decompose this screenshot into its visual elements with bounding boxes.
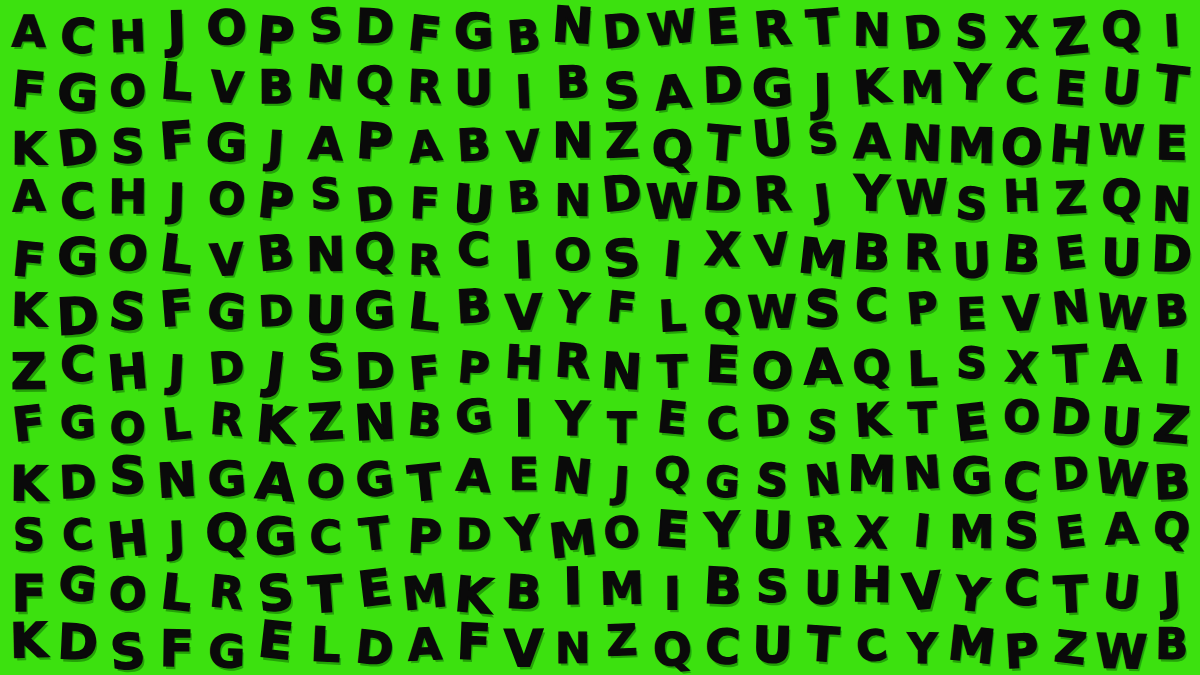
letter-cell[interactable]: D	[895, 3, 948, 61]
letter-cell[interactable]: N	[546, 110, 598, 169]
letter-cell[interactable]: N	[544, 0, 600, 56]
letter-cell[interactable]: U	[744, 499, 801, 562]
letter-cell[interactable]: O	[103, 567, 152, 622]
letter-cell[interactable]: O	[597, 505, 647, 560]
letter-cell[interactable]: V	[497, 282, 550, 341]
letter-cell[interactable]: Z	[598, 614, 645, 667]
letter-cell[interactable]: W	[895, 168, 949, 227]
letter-cell[interactable]: A	[846, 112, 897, 170]
letter-cell[interactable]: S	[994, 500, 1049, 562]
letter-cell[interactable]: F	[446, 611, 501, 673]
letter-cell[interactable]: S	[798, 111, 848, 166]
letter-cell[interactable]: C	[847, 618, 898, 674]
letter-cell[interactable]: W	[645, 172, 699, 231]
letter-cell[interactable]: G	[50, 225, 106, 287]
letter-cell[interactable]: Z	[596, 111, 649, 170]
letter-cell[interactable]: D	[348, 618, 402, 675]
letter-cell[interactable]: Q	[648, 447, 696, 499]
letter-cell[interactable]: R	[796, 503, 848, 561]
letter-cell[interactable]: K	[846, 392, 897, 449]
letter-cell[interactable]: Z	[297, 391, 354, 454]
letter-cell[interactable]: Q	[845, 337, 898, 396]
letter-cell[interactable]: N	[1045, 278, 1098, 336]
letter-cell[interactable]: X	[848, 506, 897, 560]
letter-cell[interactable]: R	[546, 331, 599, 390]
letter-cell[interactable]: E	[646, 389, 699, 446]
letter-cell[interactable]: Q	[1092, 165, 1150, 228]
letter-cell[interactable]: K	[247, 393, 306, 458]
letter-cell[interactable]: F	[1, 393, 57, 455]
letter-cell[interactable]: T	[349, 505, 402, 563]
letter-cell[interactable]: V	[746, 221, 799, 278]
letter-cell[interactable]: A	[449, 448, 499, 504]
letter-cell[interactable]: R	[744, 0, 802, 60]
letter-cell[interactable]: V	[496, 618, 551, 675]
letter-cell[interactable]: I	[498, 63, 549, 120]
letter-cell[interactable]: E	[1146, 114, 1197, 171]
letter-cell[interactable]: K	[2, 611, 55, 670]
letter-cell[interactable]: G	[50, 553, 106, 614]
letter-cell[interactable]: V	[994, 283, 1048, 344]
letter-cell[interactable]: E	[948, 286, 997, 341]
letter-cell[interactable]: L	[151, 396, 203, 453]
letter-cell[interactable]: C	[695, 617, 749, 675]
letter-cell[interactable]: G	[944, 445, 999, 507]
letter-cell[interactable]: I	[1146, 338, 1196, 395]
letter-cell[interactable]: I	[895, 502, 949, 560]
letter-cell[interactable]: E	[499, 448, 547, 502]
letter-cell[interactable]: S	[103, 118, 153, 174]
letter-cell[interactable]: E	[1044, 58, 1097, 117]
letter-cell[interactable]: B	[1147, 283, 1196, 338]
letter-cell[interactable]: T	[1043, 563, 1099, 626]
letter-cell[interactable]: J	[152, 343, 201, 398]
letter-cell[interactable]: Y	[547, 279, 598, 335]
letter-cell[interactable]: F	[149, 277, 205, 340]
letter-cell[interactable]: G	[347, 278, 403, 340]
letter-cell[interactable]: L	[895, 339, 949, 398]
letter-cell[interactable]: P	[347, 110, 404, 173]
letter-cell[interactable]: K	[3, 454, 55, 513]
letter-cell[interactable]: O	[102, 63, 152, 119]
letter-cell[interactable]: F	[396, 3, 453, 66]
letter-cell[interactable]: G	[448, 2, 500, 61]
letter-cell[interactable]: D	[696, 55, 750, 115]
letter-cell[interactable]: W	[1092, 447, 1150, 510]
letter-cell[interactable]: M	[845, 444, 899, 504]
letter-cell[interactable]: S	[4, 508, 53, 563]
letter-cell[interactable]: S	[302, 167, 348, 219]
letter-cell[interactable]: U	[744, 614, 800, 675]
letter-cell[interactable]: N	[549, 174, 596, 227]
letter-cell[interactable]: J	[1143, 560, 1199, 623]
letter-cell[interactable]: R	[401, 234, 447, 286]
letter-cell[interactable]: R	[399, 59, 449, 115]
letter-cell[interactable]: A	[5, 5, 52, 58]
letter-cell[interactable]: A	[644, 62, 700, 123]
letter-cell[interactable]: Y	[547, 390, 598, 447]
letter-cell[interactable]: M	[598, 561, 647, 616]
letter-cell[interactable]: O	[199, 0, 254, 58]
letter-cell[interactable]: A	[1093, 332, 1150, 394]
letter-cell[interactable]: T	[795, 614, 850, 675]
letter-cell[interactable]: S	[947, 175, 997, 231]
letter-cell[interactable]: B	[993, 222, 1050, 286]
letter-cell[interactable]: J	[250, 119, 301, 176]
letter-cell[interactable]: M	[948, 504, 997, 559]
letter-cell[interactable]: E	[643, 498, 701, 561]
letter-cell[interactable]: Z	[1046, 170, 1096, 225]
letter-cell[interactable]: E	[246, 607, 306, 674]
letter-cell[interactable]: N	[300, 225, 351, 282]
letter-cell[interactable]: N	[545, 445, 601, 507]
letter-cell[interactable]: C	[449, 221, 498, 276]
letter-cell[interactable]: I	[647, 566, 697, 621]
letter-cell[interactable]: L	[148, 561, 206, 625]
letter-cell[interactable]: T	[395, 451, 453, 515]
letter-cell[interactable]: W	[1095, 622, 1148, 675]
letter-cell[interactable]: I	[643, 228, 701, 291]
letter-cell[interactable]: R	[744, 163, 801, 225]
letter-cell[interactable]: U	[1093, 562, 1149, 623]
letter-cell[interactable]: H	[997, 168, 1046, 223]
letter-cell[interactable]: P	[995, 622, 1048, 675]
letter-cell[interactable]: J	[153, 511, 201, 564]
letter-cell[interactable]: X	[997, 340, 1046, 394]
letter-cell[interactable]: I	[545, 555, 601, 618]
letter-cell[interactable]: B	[844, 221, 900, 283]
letter-cell[interactable]: Q	[1094, 0, 1148, 59]
letter-cell[interactable]: Q	[645, 118, 700, 178]
letter-cell[interactable]: D	[252, 284, 299, 337]
letter-cell[interactable]: A	[1097, 502, 1146, 556]
letter-cell[interactable]: S	[296, 330, 354, 394]
letter-cell[interactable]: B	[251, 59, 301, 115]
letter-cell[interactable]: J	[598, 456, 646, 509]
letter-cell[interactable]: E	[694, 333, 750, 396]
letter-cell[interactable]: V	[202, 60, 251, 114]
letter-cell[interactable]: T	[1143, 52, 1200, 115]
letter-cell[interactable]: J	[797, 172, 849, 229]
letter-cell[interactable]: M	[944, 614, 1001, 675]
letter-cell[interactable]: S	[298, 0, 352, 55]
letter-cell[interactable]: T	[795, 0, 851, 58]
letter-cell[interactable]: X	[998, 6, 1045, 59]
letter-cell[interactable]: F	[400, 176, 448, 230]
letter-cell[interactable]: F	[597, 279, 647, 334]
letter-cell[interactable]: C	[994, 557, 1050, 619]
letter-cell[interactable]: D	[451, 508, 497, 560]
letter-cell[interactable]: Q	[351, 56, 398, 109]
letter-cell[interactable]: Q	[645, 620, 700, 675]
letter-cell[interactable]: Y	[899, 623, 945, 674]
letter-cell[interactable]: L	[395, 279, 454, 344]
letter-cell[interactable]: V	[499, 119, 548, 174]
letter-cell[interactable]: C	[995, 57, 1048, 115]
letter-cell[interactable]: Q	[697, 284, 747, 340]
letter-cell[interactable]: B	[498, 8, 548, 64]
letter-cell[interactable]: A	[399, 118, 450, 174]
letter-cell[interactable]: D	[1043, 386, 1099, 448]
letter-cell[interactable]: A	[300, 115, 350, 171]
letter-cell[interactable]: E	[1045, 223, 1098, 281]
letter-cell[interactable]: D	[594, 162, 650, 224]
letter-cell[interactable]: H	[1042, 112, 1101, 177]
letter-cell[interactable]: D	[1144, 223, 1199, 285]
letter-cell[interactable]: Z	[1142, 392, 1200, 458]
letter-cell[interactable]: D	[51, 612, 106, 673]
letter-cell[interactable]: S	[795, 277, 850, 339]
letter-cell[interactable]: A	[400, 617, 450, 672]
letter-cell[interactable]: I	[496, 388, 551, 450]
letter-cell[interactable]: K	[5, 121, 53, 176]
letter-cell[interactable]: G	[347, 449, 403, 510]
letter-cell[interactable]: H	[103, 9, 151, 63]
letter-cell[interactable]: A	[5, 169, 52, 222]
letter-cell[interactable]: C	[50, 5, 106, 67]
letter-cell[interactable]: Y	[944, 51, 1000, 113]
letter-cell[interactable]: D	[596, 1, 649, 60]
letter-cell[interactable]: M	[946, 116, 998, 175]
letter-cell[interactable]: R	[895, 223, 949, 282]
letter-cell[interactable]: P	[897, 280, 948, 335]
letter-cell[interactable]: V	[202, 232, 252, 288]
letter-cell[interactable]: U	[798, 560, 848, 616]
letter-cell[interactable]: R	[201, 564, 253, 621]
letter-cell[interactable]: C	[301, 510, 350, 565]
letter-cell[interactable]: O	[744, 339, 801, 401]
letter-cell[interactable]: C	[696, 396, 748, 453]
letter-cell[interactable]: D	[49, 115, 107, 179]
letter-cell[interactable]: O	[549, 228, 596, 281]
letter-cell[interactable]: O	[997, 390, 1045, 444]
letter-cell[interactable]: H	[497, 333, 549, 391]
letter-cell[interactable]: R	[201, 392, 251, 448]
letter-cell[interactable]: N	[797, 452, 847, 508]
letter-cell[interactable]: N	[300, 54, 351, 111]
letter-cell[interactable]: Y	[495, 503, 551, 565]
letter-cell[interactable]: L	[299, 615, 352, 674]
letter-cell[interactable]: G	[447, 387, 500, 446]
letter-cell[interactable]: D	[53, 454, 103, 510]
letter-cell[interactable]: D	[1046, 446, 1096, 502]
letter-cell[interactable]: D	[349, 0, 402, 56]
letter-cell[interactable]: B	[499, 169, 547, 223]
letter-cell[interactable]: M	[398, 563, 451, 622]
letter-cell[interactable]: H	[102, 168, 152, 225]
letter-cell[interactable]: K	[4, 281, 54, 338]
letter-cell[interactable]: C	[848, 278, 896, 332]
letter-cell[interactable]: N	[550, 623, 595, 674]
letter-cell[interactable]: G	[198, 111, 255, 174]
letter-cell[interactable]: U	[946, 230, 999, 290]
letter-cell[interactable]: B	[1148, 618, 1195, 671]
letter-cell[interactable]: B	[497, 563, 549, 622]
letter-cell[interactable]: S	[748, 559, 797, 613]
letter-cell[interactable]: G	[54, 396, 102, 450]
letter-cell[interactable]: N	[896, 445, 949, 503]
letter-cell[interactable]: F	[148, 108, 206, 173]
letter-cell[interactable]: H	[99, 340, 156, 403]
letter-cell[interactable]: G	[202, 624, 252, 675]
letter-cell[interactable]: H	[99, 508, 156, 571]
letter-cell[interactable]: B	[399, 392, 451, 449]
letter-cell[interactable]: B	[248, 221, 304, 283]
letter-cell[interactable]: M	[898, 60, 947, 114]
letter-cell[interactable]: E	[346, 556, 405, 621]
letter-cell[interactable]: D	[202, 339, 251, 394]
letter-cell[interactable]: S	[99, 620, 155, 675]
letter-cell[interactable]: G	[200, 450, 253, 509]
letter-cell[interactable]: N	[894, 113, 949, 174]
letter-cell[interactable]: L	[148, 49, 207, 114]
word-search-board: ACHJOPSDFGBNDWERTNDSXZQIFGOLVBNQRUIBSADG…	[0, 0, 1200, 675]
letter-cell[interactable]: S	[100, 445, 155, 507]
letter-cell[interactable]: T	[599, 402, 645, 454]
letter-cell[interactable]: E	[1045, 504, 1096, 561]
letter-cell[interactable]: P	[398, 508, 451, 567]
letter-cell[interactable]: C	[51, 170, 106, 231]
letter-cell[interactable]: W	[1098, 114, 1145, 166]
letter-cell[interactable]: B	[448, 277, 500, 335]
letter-cell[interactable]: N	[347, 391, 403, 453]
letter-cell[interactable]: C	[51, 333, 104, 393]
letter-cell[interactable]: Y	[695, 500, 750, 561]
letter-cell[interactable]: N	[848, 2, 897, 57]
letter-cell[interactable]: F	[150, 618, 204, 675]
letter-cell[interactable]: Q	[1146, 500, 1197, 557]
letter-cell[interactable]: U	[1093, 226, 1149, 288]
letter-cell[interactable]: B	[694, 555, 750, 618]
letter-cell[interactable]: O	[300, 453, 351, 510]
letter-cell[interactable]: O	[200, 170, 252, 228]
letter-cell[interactable]: Q	[199, 502, 254, 564]
letter-cell[interactable]: S	[797, 399, 847, 455]
letter-cell[interactable]: B	[549, 55, 597, 109]
letter-cell[interactable]: Z	[1045, 619, 1097, 675]
letter-cell[interactable]: W	[645, 0, 700, 57]
letter-cell[interactable]: L	[647, 288, 697, 342]
letter-cell[interactable]: T	[898, 392, 946, 445]
letter-cell[interactable]: X	[696, 220, 748, 278]
letter-cell[interactable]: Q	[347, 220, 402, 281]
letter-cell[interactable]: B	[449, 117, 499, 173]
letter-cell[interactable]: J	[153, 172, 202, 227]
letter-cell[interactable]: A	[795, 336, 849, 397]
letter-cell[interactable]: Y	[845, 163, 899, 224]
letter-cell[interactable]: U	[1092, 55, 1150, 118]
letter-cell[interactable]: D	[696, 165, 748, 223]
letter-cell[interactable]: E	[695, 0, 749, 56]
letter-cell[interactable]: N	[594, 340, 649, 402]
letter-cell[interactable]: U	[448, 58, 500, 116]
letter-cell[interactable]: U	[742, 105, 802, 170]
letter-cell[interactable]: G	[199, 280, 255, 342]
letter-cell[interactable]: S	[949, 336, 996, 389]
letter-cell[interactable]: N	[150, 450, 204, 510]
letter-cell[interactable]: G	[248, 505, 305, 569]
letter-cell[interactable]: K	[845, 57, 899, 117]
letter-cell[interactable]: I	[1147, 3, 1196, 58]
letter-cell[interactable]: W	[747, 284, 797, 339]
letter-cell[interactable]: H	[846, 555, 899, 615]
letter-cell[interactable]: D	[748, 395, 797, 448]
